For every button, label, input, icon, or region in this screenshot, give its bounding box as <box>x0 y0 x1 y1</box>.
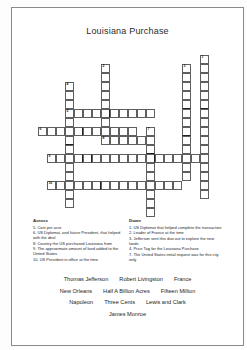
grid-cell[interactable]: 3 <box>182 64 191 73</box>
grid-cell[interactable] <box>65 154 74 163</box>
across-clue-list: 5. Cost per acre6. US Diplomat, and futu… <box>33 225 126 262</box>
grid-cell[interactable] <box>200 109 209 118</box>
grid-cell[interactable] <box>137 109 146 118</box>
word-bank-row: James Monroe <box>12 311 243 317</box>
grid-cell[interactable] <box>119 127 128 136</box>
grid-cell[interactable] <box>65 199 74 208</box>
grid-cell[interactable] <box>182 136 191 145</box>
clue-number: 10 <box>48 181 52 185</box>
clue-item: 3. Jefferson sent this duo out to explor… <box>129 236 222 246</box>
grid-cell[interactable] <box>92 181 101 190</box>
grid-cell[interactable] <box>146 190 155 199</box>
grid-cell[interactable] <box>101 73 110 82</box>
grid-cell[interactable] <box>146 145 155 154</box>
grid-cell[interactable] <box>200 64 209 73</box>
grid-cell[interactable]: 6 <box>38 127 47 136</box>
clue-item: 8. Country the US purchased Louisiana fr… <box>33 241 126 246</box>
word-bank-word: Half A Billion Acres <box>103 288 150 294</box>
word-bank-word: Lewis and Clark <box>146 299 186 305</box>
across-header: Across <box>33 218 126 224</box>
grid-cell[interactable] <box>92 127 101 136</box>
clue-number: 2 <box>102 64 104 68</box>
grid-cell[interactable] <box>74 154 83 163</box>
grid-cell[interactable]: 7 <box>146 127 155 136</box>
grid-cell[interactable] <box>83 154 92 163</box>
grid-cell[interactable] <box>146 136 155 145</box>
grid-cell[interactable] <box>155 181 164 190</box>
down-header: Down <box>129 218 222 224</box>
grid-cell[interactable] <box>146 109 155 118</box>
grid-cell[interactable] <box>65 163 74 172</box>
clue-item: 5. Cost per acre <box>33 225 126 230</box>
grid-cell[interactable] <box>182 172 191 181</box>
grid-cell[interactable] <box>110 127 119 136</box>
clue-item: 9. The approximate amount of land added … <box>33 246 126 256</box>
grid-cell[interactable] <box>146 208 155 217</box>
clue-number: 6 <box>39 127 41 131</box>
clue-number: 3 <box>183 64 185 68</box>
grid-cell[interactable] <box>200 127 209 136</box>
grid-cell[interactable] <box>200 100 209 109</box>
grid-cell[interactable] <box>200 154 209 163</box>
grid-cell[interactable] <box>92 154 101 163</box>
grid-cell[interactable] <box>128 127 137 136</box>
grid-cell[interactable] <box>146 163 155 172</box>
grid-cell[interactable] <box>101 118 110 127</box>
word-bank-word: Fifteen Million <box>161 288 196 294</box>
grid-cell[interactable] <box>119 136 128 145</box>
grid-cell[interactable] <box>164 181 173 190</box>
clue-item: 10. US President in office at the time <box>33 257 126 262</box>
crossword-grid: 12345678910 <box>38 55 209 217</box>
grid-cell[interactable] <box>65 145 74 154</box>
grid-cell[interactable] <box>101 82 110 91</box>
grid-cell[interactable] <box>65 172 74 181</box>
down-clue-list: 1. US Diplomat that helped complete the … <box>129 225 222 262</box>
grid-cell[interactable] <box>101 91 110 100</box>
grid-cell[interactable]: 8 <box>101 136 110 145</box>
grid-cell[interactable] <box>182 100 191 109</box>
clue-item: 4. Price Tag for the Louisiana Purchase <box>129 246 222 251</box>
grid-cell[interactable]: 1 <box>200 55 209 64</box>
grid-cell[interactable] <box>56 181 65 190</box>
grid-cell[interactable] <box>182 127 191 136</box>
grid-cell[interactable] <box>65 181 74 190</box>
grid-cell[interactable] <box>146 181 155 190</box>
grid-cell[interactable] <box>200 190 209 199</box>
grid-cell[interactable] <box>137 136 146 145</box>
grid-cell[interactable] <box>65 91 74 100</box>
word-bank-word: James Monroe <box>109 311 146 317</box>
grid-cell[interactable] <box>128 154 137 163</box>
grid-cell[interactable] <box>65 136 74 145</box>
grid-cell[interactable] <box>74 109 83 118</box>
grid-cell[interactable] <box>137 181 146 190</box>
across-clues: Across 5. Cost per acre6. US Diplomat, a… <box>33 218 126 262</box>
grid-cell[interactable] <box>182 154 191 163</box>
grid-cell[interactable] <box>101 100 110 109</box>
grid-cell[interactable] <box>200 145 209 154</box>
grid-cell[interactable] <box>200 91 209 100</box>
grid-cell[interactable] <box>137 154 146 163</box>
grid-cell[interactable] <box>182 109 191 118</box>
word-bank-row: Thomas JeffersonRobert LivingstonFrance <box>12 276 243 282</box>
grid-cell[interactable] <box>83 181 92 190</box>
grid-cell[interactable] <box>101 127 110 136</box>
grid-cell[interactable] <box>182 163 191 172</box>
word-bank-row: NapoleonThree CentsLewis and Clark <box>12 299 243 305</box>
grid-cell[interactable] <box>74 127 83 136</box>
grid-cell[interactable] <box>92 109 101 118</box>
grid-cell[interactable] <box>200 163 209 172</box>
grid-cell[interactable] <box>182 145 191 154</box>
grid-cell[interactable] <box>74 181 83 190</box>
grid-cell[interactable] <box>200 82 209 91</box>
clue-item: 2. Leader of France at the time <box>129 230 222 235</box>
grid-cell[interactable] <box>65 118 74 127</box>
word-bank-word: Thomas Jefferson <box>64 276 109 282</box>
grid-cell[interactable] <box>146 199 155 208</box>
word-bank-word: France <box>174 276 191 282</box>
grid-cell[interactable] <box>200 181 209 190</box>
grid-cell[interactable] <box>47 127 56 136</box>
clue-number: 4 <box>66 82 68 86</box>
grid-cell[interactable] <box>110 181 119 190</box>
word-bank-row: New OrleansHalf A Billion AcresFifteen M… <box>12 288 243 294</box>
grid-cell[interactable]: 9 <box>47 154 56 163</box>
grid-cell[interactable] <box>200 73 209 82</box>
grid-cell[interactable] <box>65 190 74 199</box>
grid-cell[interactable]: 10 <box>47 181 56 190</box>
grid-cell[interactable] <box>65 100 74 109</box>
grid-cell[interactable] <box>65 127 74 136</box>
word-bank-word: Napoleon <box>69 299 93 305</box>
grid-cell[interactable] <box>119 109 128 118</box>
grid-cell[interactable] <box>83 127 92 136</box>
grid-cell[interactable] <box>110 136 119 145</box>
grid-cell[interactable] <box>200 136 209 145</box>
grid-cell[interactable]: 5 <box>65 109 74 118</box>
page-border: Louisiana Purchase 12345678910 Across 5.… <box>11 7 244 346</box>
grid-cell[interactable]: 2 <box>101 64 110 73</box>
word-bank: Thomas JeffersonRobert LivingstonFranceN… <box>12 276 243 322</box>
grid-cell[interactable] <box>101 181 110 190</box>
grid-cell[interactable] <box>110 109 119 118</box>
grid-cell[interactable] <box>173 181 182 190</box>
grid-cell[interactable] <box>146 154 155 163</box>
grid-cell[interactable] <box>110 154 119 163</box>
grid-cell[interactable] <box>128 109 137 118</box>
word-bank-word: Three Cents <box>104 299 135 305</box>
grid-cell[interactable] <box>200 172 209 181</box>
grid-cell[interactable]: 4 <box>65 82 74 91</box>
grid-cell[interactable] <box>128 181 137 190</box>
clue-number: 9 <box>48 154 50 158</box>
grid-cell[interactable] <box>146 172 155 181</box>
clue-item: 1. US Diplomat that helped complete the … <box>129 225 222 230</box>
grid-cell[interactable] <box>119 154 128 163</box>
clue-number: 5 <box>66 109 68 113</box>
clue-item: 7. The United States initial request was… <box>129 252 222 262</box>
grid-cell[interactable] <box>164 154 173 163</box>
grid-cell[interactable] <box>83 109 92 118</box>
clue-number: 8 <box>102 136 104 140</box>
grid-cell[interactable] <box>155 154 164 163</box>
clue-number: 1 <box>201 55 203 59</box>
grid-cell[interactable] <box>173 154 182 163</box>
puzzle-title: Louisiana Purchase <box>12 26 243 36</box>
word-bank-word: Robert Livingston <box>119 276 163 282</box>
grid-cell[interactable] <box>182 91 191 100</box>
grid-cell[interactable] <box>200 118 209 127</box>
grid-cell[interactable] <box>182 82 191 91</box>
grid-cell[interactable] <box>101 109 110 118</box>
word-bank-word: New Orleans <box>60 288 92 294</box>
clue-item: 6. US Diplomat, and future President, th… <box>33 230 126 240</box>
grid-cell[interactable] <box>56 154 65 163</box>
grid-cell[interactable] <box>119 181 128 190</box>
grid-cell[interactable] <box>56 127 65 136</box>
grid-cell[interactable] <box>182 73 191 82</box>
worksheet-page: Louisiana Purchase 12345678910 Across 5.… <box>0 0 247 350</box>
grid-cell[interactable] <box>191 154 200 163</box>
down-clues: Down 1. US Diplomat that helped complete… <box>129 218 222 262</box>
grid-cell[interactable] <box>182 118 191 127</box>
grid-cell[interactable] <box>101 154 110 163</box>
grid-cell[interactable] <box>128 136 137 145</box>
clue-number: 7 <box>147 127 149 131</box>
